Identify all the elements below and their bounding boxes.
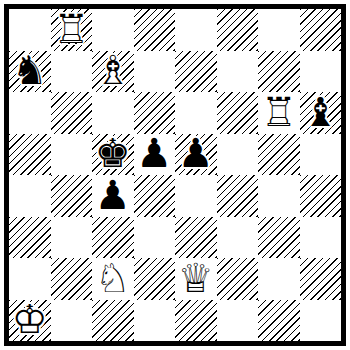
square-h7[interactable] bbox=[300, 51, 342, 93]
square-a4[interactable] bbox=[9, 175, 51, 217]
square-d8[interactable] bbox=[134, 9, 176, 51]
square-d3[interactable] bbox=[134, 217, 176, 259]
square-a2[interactable] bbox=[9, 258, 51, 300]
square-b5[interactable] bbox=[51, 134, 93, 176]
black-bishop-glyph: ♝ bbox=[302, 92, 338, 132]
square-e2[interactable]: ♛♕ bbox=[175, 258, 217, 300]
square-f7[interactable] bbox=[217, 51, 259, 93]
square-e6[interactable] bbox=[175, 92, 217, 134]
black-pawn: ♟ bbox=[92, 175, 134, 217]
square-h8[interactable] bbox=[300, 9, 342, 51]
square-a3[interactable] bbox=[9, 217, 51, 259]
square-e8[interactable] bbox=[175, 9, 217, 51]
black-pawn: ♟ bbox=[175, 134, 217, 176]
square-e7[interactable] bbox=[175, 51, 217, 93]
square-g5[interactable] bbox=[258, 134, 300, 176]
square-h2[interactable] bbox=[300, 258, 342, 300]
square-g8[interactable] bbox=[258, 9, 300, 51]
square-g1[interactable] bbox=[258, 300, 300, 342]
square-b4[interactable] bbox=[51, 175, 93, 217]
white-rook: ♜♖ bbox=[51, 9, 93, 51]
square-d2[interactable] bbox=[134, 258, 176, 300]
square-f3[interactable] bbox=[217, 217, 259, 259]
square-h5[interactable] bbox=[300, 134, 342, 176]
black-king-glyph: ♚ bbox=[95, 133, 131, 173]
square-c1[interactable] bbox=[92, 300, 134, 342]
square-d5[interactable]: ♟ bbox=[134, 134, 176, 176]
black-bishop: ♝ bbox=[300, 92, 342, 134]
black-pawn-glyph: ♟ bbox=[178, 133, 214, 173]
white-queen: ♛♕ bbox=[175, 258, 217, 300]
square-g2[interactable] bbox=[258, 258, 300, 300]
white-rook-glyph: ♖ bbox=[261, 92, 297, 132]
square-c7[interactable]: ♝♗ bbox=[92, 51, 134, 93]
white-knight-glyph: ♘ bbox=[95, 258, 131, 298]
square-g3[interactable] bbox=[258, 217, 300, 259]
square-e1[interactable] bbox=[175, 300, 217, 342]
white-rook: ♜♖ bbox=[258, 92, 300, 134]
black-knight-glyph: ♞ bbox=[12, 50, 48, 90]
white-knight: ♞♘ bbox=[92, 258, 134, 300]
square-c5[interactable]: ♚ bbox=[92, 134, 134, 176]
square-d1[interactable] bbox=[134, 300, 176, 342]
square-g4[interactable] bbox=[258, 175, 300, 217]
square-a5[interactable] bbox=[9, 134, 51, 176]
square-f4[interactable] bbox=[217, 175, 259, 217]
square-h4[interactable] bbox=[300, 175, 342, 217]
square-f1[interactable] bbox=[217, 300, 259, 342]
chess-board: ♜♖♞♝♗♜♖♝♚♟♟♟♞♘♛♕♚♔ bbox=[9, 9, 341, 341]
square-h6[interactable]: ♝ bbox=[300, 92, 342, 134]
square-b1[interactable] bbox=[51, 300, 93, 342]
white-king-glyph: ♔ bbox=[12, 299, 48, 339]
chess-diagram: ♜♖♞♝♗♜♖♝♚♟♟♟♞♘♛♕♚♔ bbox=[0, 0, 350, 350]
square-b7[interactable] bbox=[51, 51, 93, 93]
square-b3[interactable] bbox=[51, 217, 93, 259]
black-king: ♚ bbox=[92, 134, 134, 176]
black-knight: ♞ bbox=[9, 51, 51, 93]
black-pawn-glyph: ♟ bbox=[136, 133, 172, 173]
square-e4[interactable] bbox=[175, 175, 217, 217]
square-f8[interactable] bbox=[217, 9, 259, 51]
square-f2[interactable] bbox=[217, 258, 259, 300]
white-king: ♚♔ bbox=[9, 300, 51, 342]
square-a6[interactable] bbox=[9, 92, 51, 134]
square-c2[interactable]: ♞♘ bbox=[92, 258, 134, 300]
white-queen-glyph: ♕ bbox=[178, 258, 214, 298]
square-f6[interactable] bbox=[217, 92, 259, 134]
square-g6[interactable]: ♜♖ bbox=[258, 92, 300, 134]
square-a1[interactable]: ♚♔ bbox=[9, 300, 51, 342]
square-h1[interactable] bbox=[300, 300, 342, 342]
white-bishop-glyph: ♗ bbox=[95, 50, 131, 90]
board-frame: ♜♖♞♝♗♜♖♝♚♟♟♟♞♘♛♕♚♔ bbox=[4, 4, 346, 346]
square-b2[interactable] bbox=[51, 258, 93, 300]
white-rook-glyph: ♖ bbox=[53, 9, 89, 49]
square-e3[interactable] bbox=[175, 217, 217, 259]
square-f5[interactable] bbox=[217, 134, 259, 176]
square-a8[interactable] bbox=[9, 9, 51, 51]
black-pawn: ♟ bbox=[134, 134, 176, 176]
square-d6[interactable] bbox=[134, 92, 176, 134]
square-b8[interactable]: ♜♖ bbox=[51, 9, 93, 51]
square-c8[interactable] bbox=[92, 9, 134, 51]
square-b6[interactable] bbox=[51, 92, 93, 134]
square-g7[interactable] bbox=[258, 51, 300, 93]
white-bishop: ♝♗ bbox=[92, 51, 134, 93]
square-c6[interactable] bbox=[92, 92, 134, 134]
square-e5[interactable]: ♟ bbox=[175, 134, 217, 176]
square-d4[interactable] bbox=[134, 175, 176, 217]
black-pawn-glyph: ♟ bbox=[95, 175, 131, 215]
square-c4[interactable]: ♟ bbox=[92, 175, 134, 217]
square-h3[interactable] bbox=[300, 217, 342, 259]
square-d7[interactable] bbox=[134, 51, 176, 93]
square-c3[interactable] bbox=[92, 217, 134, 259]
square-a7[interactable]: ♞ bbox=[9, 51, 51, 93]
